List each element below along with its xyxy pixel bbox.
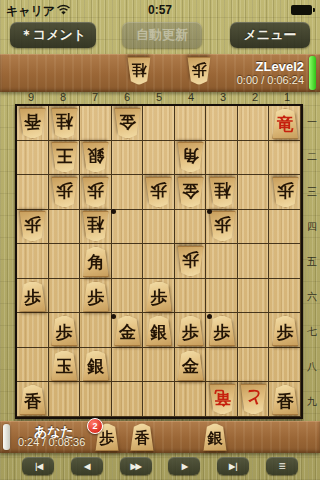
- square-1-五[interactable]: [269, 244, 301, 279]
- player-hand: 歩2香銀: [95, 423, 227, 451]
- file-label-3: 3: [207, 91, 239, 104]
- square-3-八[interactable]: [206, 348, 238, 383]
- status-clock: 0:57: [0, 3, 320, 17]
- fast-forward-icon: ▶▶: [130, 462, 140, 471]
- piece-桂: 桂: [127, 57, 151, 85]
- menu-button[interactable]: メニュー: [230, 22, 310, 48]
- hand-piece-歩[interactable]: 歩: [187, 57, 211, 85]
- square-3-五[interactable]: [206, 244, 238, 279]
- square-1-四[interactable]: [269, 210, 301, 245]
- opponent-name: ZLevel2: [256, 59, 304, 74]
- piece-金: 金: [177, 177, 204, 208]
- file-label-8: 8: [47, 91, 79, 104]
- square-1-八[interactable]: [269, 348, 301, 383]
- toolbar-prev-button[interactable]: ◀: [71, 457, 103, 475]
- square-9-七[interactable]: [17, 313, 49, 348]
- square-2-八[interactable]: [238, 348, 270, 383]
- square-7-八[interactable]: 銀: [80, 348, 112, 383]
- toolbar-move-list-button[interactable]: ≡: [266, 457, 298, 475]
- square-1-七[interactable]: 歩: [269, 313, 301, 348]
- piece-歩: 歩: [177, 246, 204, 277]
- square-8-四[interactable]: [49, 210, 81, 245]
- piece-桂: 桂: [51, 108, 78, 139]
- rank-label-3: 三: [305, 174, 319, 209]
- square-2-四[interactable]: [238, 210, 270, 245]
- auto-update-button: 自動更新: [122, 22, 202, 48]
- square-4-九[interactable]: [175, 382, 207, 417]
- opponent-clock: 0:00 / 0:06:24: [237, 74, 304, 86]
- square-4-四[interactable]: [175, 210, 207, 245]
- square-6-三[interactable]: [112, 175, 144, 210]
- square-8-三[interactable]: 歩: [49, 175, 81, 210]
- piece-香: 香: [130, 423, 154, 451]
- square-1-三[interactable]: 歩: [269, 175, 301, 210]
- square-7-七[interactable]: [80, 313, 112, 348]
- square-4-二[interactable]: 角: [175, 141, 207, 176]
- square-1-六[interactable]: [269, 279, 301, 314]
- move-list-icon: ≡: [278, 459, 285, 473]
- star-point: [111, 314, 116, 319]
- square-3-三[interactable]: 桂: [206, 175, 238, 210]
- rank-label-2: 二: [305, 139, 319, 174]
- rank-label-9: 九: [305, 384, 319, 419]
- app-screen: キャリア 0:57 ＊コメント 自動更新 メニュー ZLevel2 0:00 /…: [0, 0, 320, 480]
- square-9-三[interactable]: [17, 175, 49, 210]
- battery-icon: [291, 5, 312, 15]
- file-label-6: 6: [111, 91, 143, 104]
- square-8-七[interactable]: 歩: [49, 313, 81, 348]
- square-9-二[interactable]: [17, 141, 49, 176]
- piece-竜: 竜: [209, 384, 236, 415]
- square-7-一[interactable]: [80, 106, 112, 141]
- square-4-一[interactable]: [175, 106, 207, 141]
- square-7-四[interactable]: 桂: [80, 210, 112, 245]
- square-5-二[interactable]: [143, 141, 175, 176]
- file-label-2: 2: [239, 91, 271, 104]
- file-label-4: 4: [175, 91, 207, 104]
- top-button-bar: ＊コメント 自動更新 メニュー: [0, 22, 320, 50]
- square-4-三[interactable]: 金: [175, 175, 207, 210]
- square-9-一[interactable]: 香: [17, 106, 49, 141]
- square-6-一[interactable]: 金: [112, 106, 144, 141]
- square-1-一[interactable]: 竜: [269, 106, 301, 141]
- square-2-三[interactable]: [238, 175, 270, 210]
- piece-銀: 銀: [82, 350, 109, 381]
- square-9-八[interactable]: [17, 348, 49, 383]
- replay-toolbar: ∣◀◀▶▶▶▶∣≡: [0, 452, 320, 480]
- comment-button[interactable]: ＊コメント: [10, 22, 96, 48]
- square-2-六[interactable]: [238, 279, 270, 314]
- square-7-九[interactable]: [80, 382, 112, 417]
- square-5-三[interactable]: 歩: [143, 175, 175, 210]
- square-7-五[interactable]: 角: [80, 244, 112, 279]
- square-6-八[interactable]: [112, 348, 144, 383]
- player-clock: 0:24 / 0:08:36: [18, 436, 85, 448]
- square-3-七[interactable]: 歩: [206, 313, 238, 348]
- square-3-六[interactable]: [206, 279, 238, 314]
- piece-金: 金: [177, 350, 204, 381]
- square-8-九[interactable]: [49, 382, 81, 417]
- piece-歩: 歩: [19, 281, 46, 312]
- toolbar-fast-forward-button[interactable]: ▶▶: [120, 457, 152, 475]
- square-6-九[interactable]: [112, 382, 144, 417]
- toolbar-first-button[interactable]: ∣◀: [22, 457, 54, 475]
- square-5-七[interactable]: 銀: [143, 313, 175, 348]
- square-6-七[interactable]: 金: [112, 313, 144, 348]
- hand-count-badge: 2: [87, 418, 103, 434]
- square-5-九[interactable]: [143, 382, 175, 417]
- piece-香: 香: [272, 384, 299, 415]
- hand-piece-歩[interactable]: 歩2: [95, 423, 119, 451]
- piece-歩: 歩: [209, 211, 236, 242]
- square-7-三[interactable]: 歩: [80, 175, 112, 210]
- square-3-二[interactable]: [206, 141, 238, 176]
- square-3-一[interactable]: [206, 106, 238, 141]
- square-4-五[interactable]: 歩: [175, 244, 207, 279]
- piece-歩: 歩: [187, 57, 211, 85]
- square-2-九[interactable]: と: [238, 382, 270, 417]
- square-1-二[interactable]: [269, 141, 301, 176]
- star-point: [207, 314, 212, 319]
- piece-と: と: [240, 384, 267, 415]
- piece-竜: 竜: [272, 108, 299, 139]
- piece-桂: 桂: [209, 177, 236, 208]
- star-point: [207, 209, 212, 214]
- piece-香: 香: [19, 108, 46, 139]
- piece-歩: 歩: [272, 315, 299, 346]
- square-5-八[interactable]: [143, 348, 175, 383]
- square-4-八[interactable]: 金: [175, 348, 207, 383]
- rank-label-8: 八: [305, 349, 319, 384]
- piece-歩: 歩: [145, 281, 172, 312]
- square-7-六[interactable]: 歩: [80, 279, 112, 314]
- rank-label-4: 四: [305, 209, 319, 244]
- file-label-7: 7: [79, 91, 111, 104]
- square-3-四[interactable]: 歩: [206, 210, 238, 245]
- piece-桂: 桂: [82, 211, 109, 242]
- piece-歩: 歩: [82, 177, 109, 208]
- square-4-七[interactable]: 歩: [175, 313, 207, 348]
- piece-角: 角: [177, 142, 204, 173]
- file-coordinates: 987654321: [15, 91, 303, 104]
- rank-label-7: 七: [305, 314, 319, 349]
- piece-王: 王: [51, 142, 78, 173]
- piece-歩: 歩: [51, 315, 78, 346]
- square-9-九[interactable]: 香: [17, 382, 49, 417]
- square-6-五[interactable]: [112, 244, 144, 279]
- piece-歩: 歩: [145, 177, 172, 208]
- square-4-六[interactable]: [175, 279, 207, 314]
- next-icon: ▶: [182, 462, 187, 471]
- square-2-五[interactable]: [238, 244, 270, 279]
- star-point: [111, 209, 116, 214]
- shogi-board: 香桂金竜王銀角歩歩歩金桂歩歩桂歩角歩歩歩歩歩金銀歩歩歩玉銀金香竜と香: [15, 104, 303, 419]
- square-6-四[interactable]: [112, 210, 144, 245]
- square-9-四[interactable]: 歩: [17, 210, 49, 245]
- square-8-二[interactable]: 王: [49, 141, 81, 176]
- square-8-六[interactable]: [49, 279, 81, 314]
- square-8-一[interactable]: 桂: [49, 106, 81, 141]
- square-1-九[interactable]: 香: [269, 382, 301, 417]
- rank-label-6: 六: [305, 279, 319, 314]
- opponent-hand: 桂歩: [127, 57, 211, 85]
- square-3-九[interactable]: 竜: [206, 382, 238, 417]
- square-9-六[interactable]: 歩: [17, 279, 49, 314]
- rank-label-1: 一: [305, 104, 319, 139]
- status-bar: キャリア 0:57: [0, 0, 320, 20]
- file-label-1: 1: [271, 91, 303, 104]
- toolbar-last-button[interactable]: ▶∣: [217, 457, 249, 475]
- file-label-9: 9: [15, 91, 47, 104]
- square-6-六[interactable]: [112, 279, 144, 314]
- square-6-二[interactable]: [112, 141, 144, 176]
- toolbar-next-button[interactable]: ▶: [168, 457, 200, 475]
- hand-piece-桂[interactable]: 桂: [127, 57, 151, 85]
- square-5-一[interactable]: [143, 106, 175, 141]
- hand-piece-銀[interactable]: 銀: [203, 423, 227, 451]
- square-8-八[interactable]: 玉: [49, 348, 81, 383]
- piece-銀: 銀: [145, 315, 172, 346]
- piece-歩: 歩: [177, 315, 204, 346]
- player-time-bar: [3, 424, 10, 450]
- square-5-五[interactable]: [143, 244, 175, 279]
- square-2-七[interactable]: [238, 313, 270, 348]
- square-8-五[interactable]: [49, 244, 81, 279]
- square-2-二[interactable]: [238, 141, 270, 176]
- piece-銀: 銀: [82, 142, 109, 173]
- square-7-二[interactable]: 銀: [80, 141, 112, 176]
- prev-icon: ◀: [84, 462, 89, 471]
- piece-香: 香: [19, 384, 46, 415]
- opponent-time-bar: [309, 56, 316, 90]
- square-5-六[interactable]: 歩: [143, 279, 175, 314]
- piece-歩: 歩: [51, 177, 78, 208]
- piece-歩: 歩: [82, 281, 109, 312]
- rank-coordinates: 一二三四五六七八九: [305, 104, 319, 419]
- piece-角: 角: [82, 246, 109, 277]
- hand-piece-香[interactable]: 香: [130, 423, 154, 451]
- piece-歩: 歩: [209, 315, 236, 346]
- piece-歩: 歩: [272, 177, 299, 208]
- square-2-一[interactable]: [238, 106, 270, 141]
- file-label-5: 5: [143, 91, 175, 104]
- piece-銀: 銀: [203, 423, 227, 451]
- piece-玉: 玉: [51, 350, 78, 381]
- first-icon: ∣◀: [34, 462, 42, 471]
- last-icon: ▶∣: [229, 462, 237, 471]
- board-grid: 香桂金竜王銀角歩歩歩金桂歩歩桂歩角歩歩歩歩歩金銀歩歩歩玉銀金香竜と香: [17, 106, 301, 417]
- square-9-五[interactable]: [17, 244, 49, 279]
- rank-label-5: 五: [305, 244, 319, 279]
- piece-金: 金: [114, 108, 141, 139]
- square-5-四[interactable]: [143, 210, 175, 245]
- piece-歩: 歩: [19, 211, 46, 242]
- piece-金: 金: [114, 315, 141, 346]
